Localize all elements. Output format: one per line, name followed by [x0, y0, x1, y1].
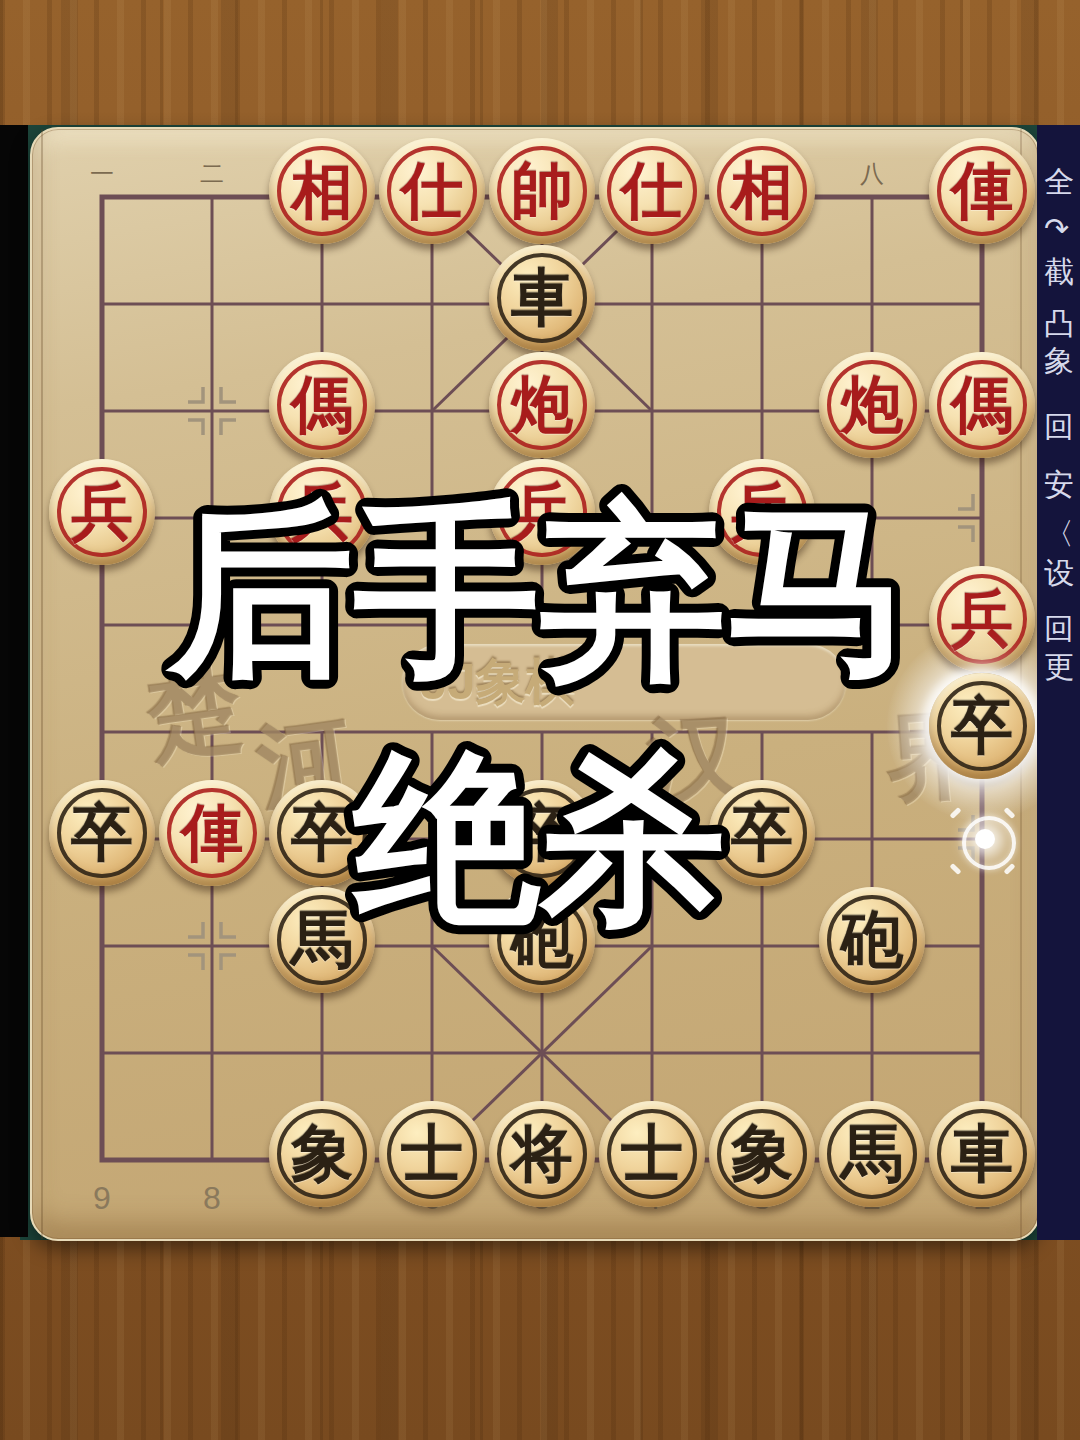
- piece-character: 砲: [489, 887, 595, 993]
- piece-character: 兵: [49, 459, 155, 565]
- piece-character: 卒: [49, 780, 155, 886]
- piece-black-車[interactable]: 車: [489, 245, 595, 351]
- piece-character: 卒: [709, 780, 815, 886]
- side-menu-item[interactable]: 回: [1044, 612, 1080, 646]
- side-menu-item[interactable]: 设: [1044, 556, 1080, 590]
- piece-black-士[interactable]: 士: [599, 1101, 705, 1207]
- piece-black-卒[interactable]: 卒: [269, 780, 375, 886]
- piece-black-象[interactable]: 象: [269, 1101, 375, 1207]
- piece-character: 俥: [159, 780, 265, 886]
- piece-character: 車: [929, 1101, 1035, 1207]
- piece-black-卒[interactable]: 卒: [489, 780, 595, 886]
- river-logo-plaque: JJ象棋: [402, 644, 846, 720]
- piece-red-兵[interactable]: 兵: [489, 459, 595, 565]
- piece-character: 兵: [269, 459, 375, 565]
- piece-red-傌[interactable]: 傌: [929, 352, 1035, 458]
- piece-red-俥[interactable]: 俥: [159, 780, 265, 886]
- piece-character: 車: [489, 245, 595, 351]
- piece-black-士[interactable]: 士: [379, 1101, 485, 1207]
- piece-red-仕[interactable]: 仕: [599, 138, 705, 244]
- side-menu[interactable]: 全↷截凸象回安〈设回更: [1037, 125, 1080, 1240]
- side-menu-item[interactable]: ↷: [1044, 212, 1080, 246]
- piece-character: 象: [709, 1101, 815, 1207]
- piece-red-兵[interactable]: 兵: [709, 459, 815, 565]
- piece-red-仕[interactable]: 仕: [379, 138, 485, 244]
- piece-red-兵[interactable]: 兵: [269, 459, 375, 565]
- piece-character: 卒: [929, 673, 1035, 779]
- side-menu-item[interactable]: 安: [1044, 468, 1080, 502]
- piece-black-象[interactable]: 象: [709, 1101, 815, 1207]
- piece-black-馬[interactable]: 馬: [819, 1101, 925, 1207]
- piece-red-兵[interactable]: 兵: [929, 566, 1035, 672]
- piece-black-馬[interactable]: 馬: [269, 887, 375, 993]
- piece-character: 卒: [489, 780, 595, 886]
- side-menu-item[interactable]: 凸: [1044, 307, 1080, 341]
- piece-black-将[interactable]: 将: [489, 1101, 595, 1207]
- piece-black-砲[interactable]: 砲: [819, 887, 925, 993]
- piece-character: 砲: [819, 887, 925, 993]
- side-menu-item[interactable]: 截: [1044, 255, 1080, 289]
- river-text-char: 楚: [140, 644, 251, 783]
- piece-character: 相: [269, 138, 375, 244]
- side-menu-item[interactable]: 象: [1044, 344, 1080, 378]
- piece-red-傌[interactable]: 傌: [269, 352, 375, 458]
- piece-black-卒[interactable]: 卒: [49, 780, 155, 886]
- screen: { "game": "xiangqi", "app": { "logo": "J…: [0, 0, 1080, 1440]
- side-menu-item[interactable]: 更: [1044, 650, 1080, 684]
- piece-character: 兵: [929, 566, 1035, 672]
- piece-character: 炮: [489, 352, 595, 458]
- piece-character: 将: [489, 1101, 595, 1207]
- piece-character: 士: [379, 1101, 485, 1207]
- side-menu-item[interactable]: 全: [1044, 165, 1080, 199]
- piece-character: 傌: [269, 352, 375, 458]
- piece-character: 兵: [709, 459, 815, 565]
- jj-xiangqi-logo: JJ象棋: [420, 644, 576, 720]
- piece-red-相[interactable]: 相: [269, 138, 375, 244]
- piece-character: 士: [599, 1101, 705, 1207]
- piece-character: 兵: [489, 459, 595, 565]
- piece-character: 帥: [489, 138, 595, 244]
- piece-character: 仕: [379, 138, 485, 244]
- piece-character: 仕: [599, 138, 705, 244]
- side-menu-item[interactable]: 〈: [1044, 517, 1080, 551]
- side-menu-item[interactable]: 回: [1044, 410, 1080, 444]
- piece-red-炮[interactable]: 炮: [819, 352, 925, 458]
- piece-character: 馬: [819, 1101, 925, 1207]
- piece-character: 卒: [269, 780, 375, 886]
- piece-character: 炮: [819, 352, 925, 458]
- piece-black-卒[interactable]: 卒: [929, 673, 1035, 779]
- piece-red-俥[interactable]: 俥: [929, 138, 1035, 244]
- piece-black-砲[interactable]: 砲: [489, 887, 595, 993]
- piece-red-帥[interactable]: 帥: [489, 138, 595, 244]
- piece-character: 象: [269, 1101, 375, 1207]
- piece-character: 馬: [269, 887, 375, 993]
- piece-red-兵[interactable]: 兵: [49, 459, 155, 565]
- left-black-strip: [0, 125, 28, 1237]
- piece-character: 俥: [929, 138, 1035, 244]
- piece-red-炮[interactable]: 炮: [489, 352, 595, 458]
- piece-character: 傌: [929, 352, 1035, 458]
- piece-character: 相: [709, 138, 815, 244]
- piece-black-車[interactable]: 車: [929, 1101, 1035, 1207]
- piece-black-卒[interactable]: 卒: [709, 780, 815, 886]
- piece-red-相[interactable]: 相: [709, 138, 815, 244]
